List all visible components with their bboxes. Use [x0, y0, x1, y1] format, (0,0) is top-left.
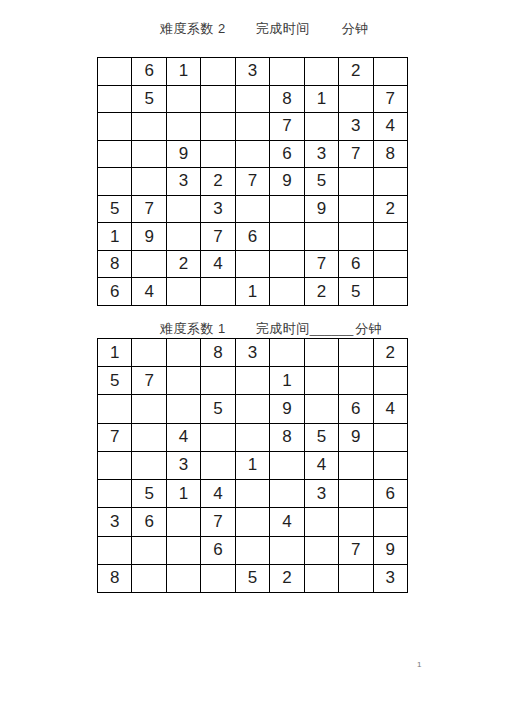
- sudoku-cell-r7c5[interactable]: 6: [236, 223, 270, 251]
- sudoku-cell-r9c2[interactable]: [132, 565, 166, 593]
- sudoku-cell-r9c7[interactable]: [305, 565, 339, 593]
- sudoku-cell-r8c8[interactable]: 6: [339, 251, 373, 279]
- sudoku-cell-r3c9[interactable]: 4: [374, 113, 408, 141]
- sudoku-cell-r8c4[interactable]: 4: [201, 251, 235, 279]
- sudoku-cell-r5c4[interactable]: [201, 452, 235, 480]
- sudoku-cell-r1c7[interactable]: [305, 58, 339, 86]
- sudoku-cell-r8c7[interactable]: [305, 537, 339, 565]
- sudoku-cell-r5c1[interactable]: [98, 452, 132, 480]
- sudoku-cell-r3c1[interactable]: [98, 395, 132, 423]
- sudoku-cell-r1c6[interactable]: [270, 339, 304, 367]
- sudoku-cell-r9c1[interactable]: 8: [98, 565, 132, 593]
- sudoku-cell-r1c8[interactable]: [339, 339, 373, 367]
- sudoku-cell-r8c1[interactable]: 8: [98, 251, 132, 279]
- sudoku-cell-r7c2[interactable]: 9: [132, 223, 166, 251]
- sudoku-cell-r2c3[interactable]: [167, 367, 201, 395]
- sudoku-cell-r8c6[interactable]: [270, 251, 304, 279]
- sudoku-cell-r4c4[interactable]: [201, 424, 235, 452]
- sudoku-cell-r7c4[interactable]: 7: [201, 223, 235, 251]
- sudoku-cell-r9c1[interactable]: 6: [98, 278, 132, 306]
- sudoku-cell-r8c6[interactable]: [270, 537, 304, 565]
- sudoku-cell-r1c3[interactable]: [167, 339, 201, 367]
- sudoku-cell-r7c6[interactable]: 4: [270, 508, 304, 536]
- sudoku-cell-r2c8[interactable]: [339, 86, 373, 114]
- sudoku-cell-r8c9[interactable]: 9: [374, 537, 408, 565]
- sudoku-cell-r3c4[interactable]: 5: [201, 395, 235, 423]
- sudoku-cell-r5c8[interactable]: [339, 168, 373, 196]
- sudoku-cell-r2c8[interactable]: [339, 367, 373, 395]
- sudoku-cell-r8c3[interactable]: [167, 537, 201, 565]
- sudoku-cell-r8c5[interactable]: [236, 537, 270, 565]
- sudoku-cell-r9c9[interactable]: [374, 278, 408, 306]
- sudoku-cell-r6c9[interactable]: 6: [374, 480, 408, 508]
- sudoku-cell-r5c8[interactable]: [339, 452, 373, 480]
- sudoku-cell-r3c2[interactable]: [132, 113, 166, 141]
- sudoku-cell-r5c3[interactable]: 3: [167, 168, 201, 196]
- sudoku-cell-r9c4[interactable]: [201, 565, 235, 593]
- sudoku-cell-r8c4[interactable]: 6: [201, 537, 235, 565]
- sudoku-cell-r5c5[interactable]: 7: [236, 168, 270, 196]
- sudoku-cell-r3c7[interactable]: [305, 113, 339, 141]
- page-number: 1: [417, 660, 421, 669]
- sudoku-cell-r4c1[interactable]: 7: [98, 424, 132, 452]
- sudoku-cell-r1c3[interactable]: 1: [167, 58, 201, 86]
- sudoku-cell-r1c1[interactable]: [98, 58, 132, 86]
- sudoku-cell-r1c7[interactable]: [305, 339, 339, 367]
- sudoku-cell-r1c2[interactable]: [132, 339, 166, 367]
- sudoku-cell-r2c7[interactable]: [305, 367, 339, 395]
- sudoku-cell-r3c7[interactable]: [305, 395, 339, 423]
- sudoku-cell-r7c4[interactable]: 7: [201, 508, 235, 536]
- sudoku-cell-r6c4[interactable]: 4: [201, 480, 235, 508]
- sudoku-cell-r1c9[interactable]: 2: [374, 339, 408, 367]
- sudoku-cell-r9c6[interactable]: [270, 278, 304, 306]
- sudoku-cell-r6c6[interactable]: [270, 196, 304, 224]
- sudoku-cell-r8c9[interactable]: [374, 251, 408, 279]
- sudoku-cell-r7c2[interactable]: 6: [132, 508, 166, 536]
- sudoku-cell-r6c4[interactable]: 3: [201, 196, 235, 224]
- sudoku-cell-r9c2[interactable]: 4: [132, 278, 166, 306]
- sudoku-cell-r7c7[interactable]: [305, 508, 339, 536]
- sudoku-cell-r4c3[interactable]: 9: [167, 141, 201, 169]
- sudoku-cell-r2c2[interactable]: 7: [132, 367, 166, 395]
- sudoku-cell-r6c9[interactable]: 2: [374, 196, 408, 224]
- sudoku-cell-r3c2[interactable]: [132, 395, 166, 423]
- sudoku-cell-r3c6[interactable]: 7: [270, 113, 304, 141]
- sudoku-cell-r6c3[interactable]: [167, 196, 201, 224]
- sudoku-cell-r8c2[interactable]: [132, 537, 166, 565]
- sudoku-cell-r6c3[interactable]: 1: [167, 480, 201, 508]
- sudoku-cell-r5c1[interactable]: [98, 168, 132, 196]
- sudoku-cell-r1c6[interactable]: [270, 58, 304, 86]
- sudoku-cell-r8c8[interactable]: 7: [339, 537, 373, 565]
- sudoku-cell-r7c5[interactable]: [236, 508, 270, 536]
- sudoku-cell-r7c7[interactable]: [305, 223, 339, 251]
- sudoku-cell-r7c9[interactable]: [374, 223, 408, 251]
- sudoku-cell-r2c4[interactable]: [201, 86, 235, 114]
- sudoku-cell-r3c6[interactable]: 9: [270, 395, 304, 423]
- sudoku-cell-r7c9[interactable]: [374, 508, 408, 536]
- sudoku-cell-r6c2[interactable]: 7: [132, 196, 166, 224]
- sudoku-cell-r2c6[interactable]: 1: [270, 367, 304, 395]
- sudoku-cell-r1c9[interactable]: [374, 58, 408, 86]
- sudoku-cell-r9c3[interactable]: [167, 565, 201, 593]
- sudoku-cell-r5c6[interactable]: [270, 452, 304, 480]
- sudoku-cell-r4c9[interactable]: 8: [374, 141, 408, 169]
- sudoku-cell-r2c6[interactable]: 8: [270, 86, 304, 114]
- worksheet-page: 难度系数 2 完成时间 分钟 6132581773496378327955739…: [0, 0, 505, 714]
- sudoku-cell-r7c6[interactable]: [270, 223, 304, 251]
- sudoku-cell-r2c1[interactable]: [98, 86, 132, 114]
- sudoku-cell-r3c5[interactable]: [236, 113, 270, 141]
- sudoku-cell-r9c8[interactable]: [339, 565, 373, 593]
- puzzle-1-time-label: 完成时间: [256, 20, 310, 38]
- sudoku-cell-r4c2[interactable]: [132, 141, 166, 169]
- sudoku-cell-r3c4[interactable]: [201, 113, 235, 141]
- sudoku-cell-r1c5[interactable]: 3: [236, 58, 270, 86]
- sudoku-cell-r3c3[interactable]: [167, 395, 201, 423]
- sudoku-cell-r4c8[interactable]: 7: [339, 141, 373, 169]
- sudoku-cell-r6c6[interactable]: [270, 480, 304, 508]
- sudoku-cell-r2c5[interactable]: [236, 367, 270, 395]
- sudoku-cell-r4c4[interactable]: [201, 141, 235, 169]
- sudoku-cell-r5c5[interactable]: 1: [236, 452, 270, 480]
- sudoku-cell-r7c3[interactable]: [167, 508, 201, 536]
- sudoku-cell-r9c9[interactable]: 3: [374, 565, 408, 593]
- sudoku-cell-r1c5[interactable]: 3: [236, 339, 270, 367]
- sudoku-cell-r7c1[interactable]: 1: [98, 223, 132, 251]
- sudoku-cell-r6c8[interactable]: [339, 480, 373, 508]
- sudoku-cell-r2c9[interactable]: 7: [374, 86, 408, 114]
- sudoku-cell-r7c1[interactable]: 3: [98, 508, 132, 536]
- sudoku-cell-r7c8[interactable]: [339, 508, 373, 536]
- sudoku-cell-r5c7[interactable]: 4: [305, 452, 339, 480]
- sudoku-cell-r6c7[interactable]: 3: [305, 480, 339, 508]
- sudoku-cell-r4c9[interactable]: [374, 424, 408, 452]
- sudoku-cell-r2c7[interactable]: 1: [305, 86, 339, 114]
- sudoku-grid-1: 6132581773496378327955739219768247664125: [97, 57, 408, 306]
- sudoku-cell-r3c8[interactable]: 3: [339, 113, 373, 141]
- sudoku-cell-r4c7[interactable]: 5: [305, 424, 339, 452]
- sudoku-cell-r5c9[interactable]: [374, 168, 408, 196]
- puzzle-2-header: 难度系数 1 完成时间 ______ 分钟: [160, 320, 382, 336]
- sudoku-cell-r5c9[interactable]: [374, 452, 408, 480]
- sudoku-cell-r4c5[interactable]: [236, 141, 270, 169]
- sudoku-cell-r5c2[interactable]: [132, 452, 166, 480]
- sudoku-cell-r3c1[interactable]: [98, 113, 132, 141]
- puzzle-2-minutes-label: 分钟: [355, 320, 382, 338]
- puzzle-1-header: 难度系数 2 完成时间 分钟: [160, 20, 369, 36]
- sudoku-cell-r2c5[interactable]: [236, 86, 270, 114]
- sudoku-cell-r6c2[interactable]: 5: [132, 480, 166, 508]
- sudoku-cell-r5c7[interactable]: 5: [305, 168, 339, 196]
- sudoku-cell-r2c4[interactable]: [201, 367, 235, 395]
- sudoku-cell-r5c2[interactable]: [132, 168, 166, 196]
- sudoku-cell-r9c5[interactable]: 1: [236, 278, 270, 306]
- sudoku-cell-r1c2[interactable]: 6: [132, 58, 166, 86]
- sudoku-cell-r4c2[interactable]: [132, 424, 166, 452]
- sudoku-cell-r8c1[interactable]: [98, 537, 132, 565]
- sudoku-cell-r7c8[interactable]: [339, 223, 373, 251]
- sudoku-cell-r6c5[interactable]: [236, 480, 270, 508]
- puzzle-2-difficulty-label: 难度系数 1: [160, 320, 226, 338]
- sudoku-cell-r9c4[interactable]: [201, 278, 235, 306]
- sudoku-cell-r8c2[interactable]: [132, 251, 166, 279]
- sudoku-cell-r5c3[interactable]: 3: [167, 452, 201, 480]
- sudoku-cell-r9c5[interactable]: 5: [236, 565, 270, 593]
- sudoku-cell-r6c5[interactable]: [236, 196, 270, 224]
- sudoku-cell-r4c1[interactable]: [98, 141, 132, 169]
- sudoku-cell-r5c6[interactable]: 9: [270, 168, 304, 196]
- sudoku-cell-r1c8[interactable]: 2: [339, 58, 373, 86]
- sudoku-cell-r8c7[interactable]: 7: [305, 251, 339, 279]
- sudoku-cell-r8c5[interactable]: [236, 251, 270, 279]
- sudoku-cell-r6c8[interactable]: [339, 196, 373, 224]
- sudoku-cell-r4c5[interactable]: [236, 424, 270, 452]
- sudoku-cell-r6c1[interactable]: [98, 480, 132, 508]
- sudoku-cell-r9c6[interactable]: 2: [270, 565, 304, 593]
- sudoku-cell-r3c5[interactable]: [236, 395, 270, 423]
- puzzle-1-minutes-label: 分钟: [342, 20, 369, 38]
- puzzle-2-time-blank: ______: [310, 321, 353, 336]
- sudoku-cell-r4c8[interactable]: 9: [339, 424, 373, 452]
- puzzle-1-difficulty-label: 难度系数 2: [160, 20, 226, 38]
- sudoku-cell-r2c9[interactable]: [374, 367, 408, 395]
- sudoku-grid-2: 18325715964748593145143636746798523: [97, 338, 408, 593]
- sudoku-cell-r3c9[interactable]: 4: [374, 395, 408, 423]
- sudoku-cell-r3c8[interactable]: 6: [339, 395, 373, 423]
- sudoku-cell-r4c6[interactable]: 8: [270, 424, 304, 452]
- sudoku-cell-r2c3[interactable]: [167, 86, 201, 114]
- sudoku-cell-r5c4[interactable]: 2: [201, 168, 235, 196]
- sudoku-cell-r4c3[interactable]: 4: [167, 424, 201, 452]
- sudoku-cell-r3c3[interactable]: [167, 113, 201, 141]
- sudoku-cell-r1c4[interactable]: 8: [201, 339, 235, 367]
- sudoku-cell-r4c7[interactable]: 3: [305, 141, 339, 169]
- sudoku-cell-r6c1[interactable]: 5: [98, 196, 132, 224]
- sudoku-cell-r1c4[interactable]: [201, 58, 235, 86]
- sudoku-cell-r9c3[interactable]: [167, 278, 201, 306]
- sudoku-cell-r4c6[interactable]: 6: [270, 141, 304, 169]
- sudoku-cell-r1c1[interactable]: 1: [98, 339, 132, 367]
- sudoku-cell-r9c7[interactable]: 2: [305, 278, 339, 306]
- sudoku-cell-r2c2[interactable]: 5: [132, 86, 166, 114]
- sudoku-cell-r7c3[interactable]: [167, 223, 201, 251]
- sudoku-cell-r9c8[interactable]: 5: [339, 278, 373, 306]
- sudoku-cell-r8c3[interactable]: 2: [167, 251, 201, 279]
- sudoku-cell-r2c1[interactable]: 5: [98, 367, 132, 395]
- sudoku-cell-r6c7[interactable]: 9: [305, 196, 339, 224]
- puzzle-2-time-label: 完成时间: [256, 320, 310, 338]
